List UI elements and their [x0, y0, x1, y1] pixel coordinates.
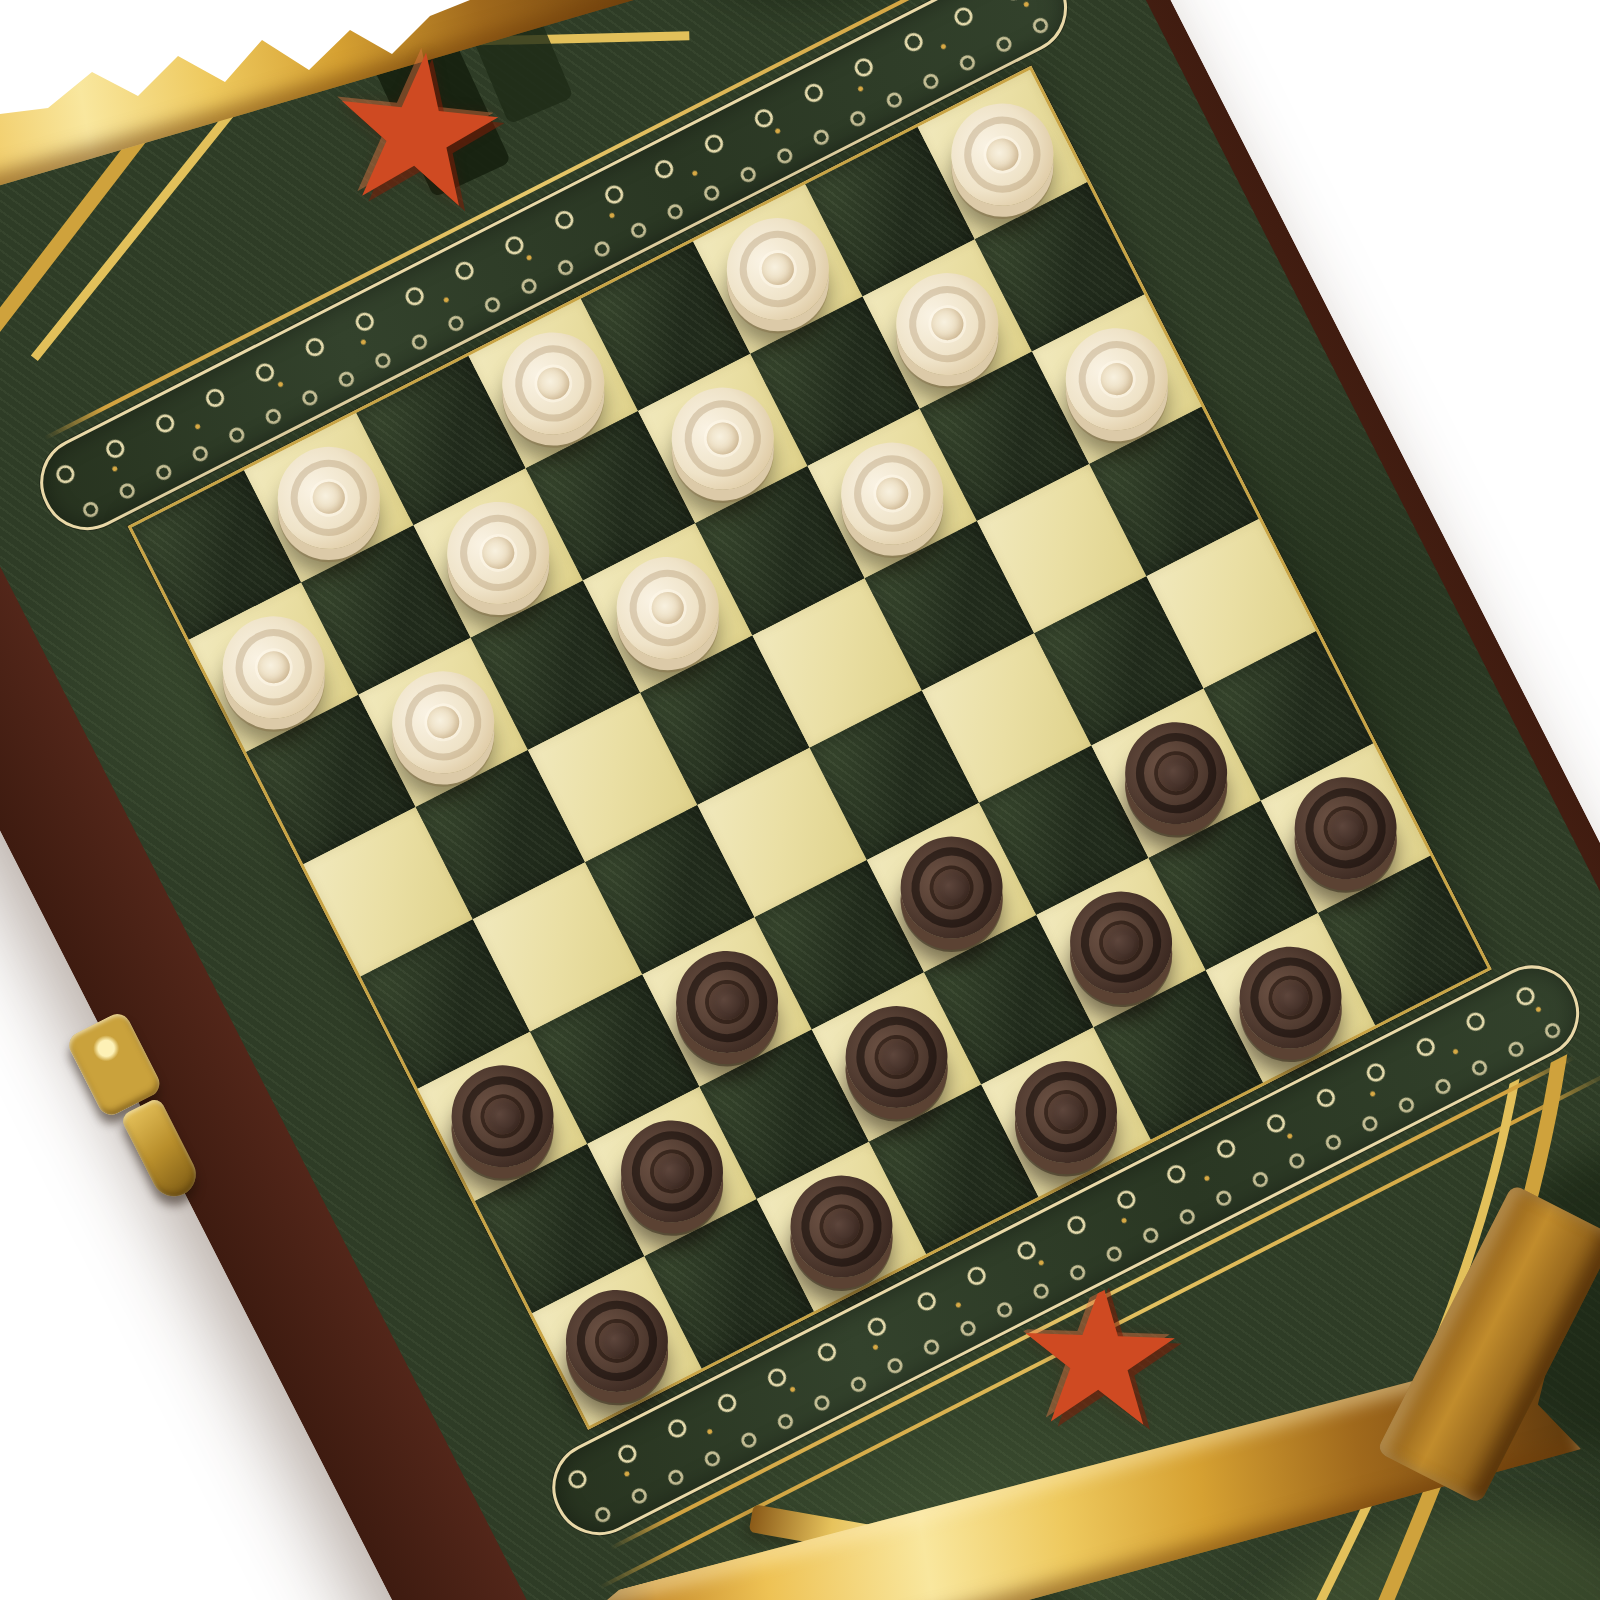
- wooden-board-box: ★ ⛀⛀⛀⛀⛀⛀⛀⛀⛀⛀⛀⛀⛂⛂⛂⛂⛂⛂⛂⛂⛂⛂⛂⛂: [0, 0, 1600, 1600]
- red-star-top: ★: [305, 17, 530, 242]
- photo-backdrop: ★ ⛀⛀⛀⛀⛀⛀⛀⛀⛀⛀⛀⛀⛂⛂⛂⛂⛂⛂⛂⛂⛂⛂⛂⛂: [0, 0, 1600, 1600]
- board-face: ★ ⛀⛀⛀⛀⛀⛀⛀⛀⛀⛀⛀⛀⛂⛂⛂⛂⛂⛂⛂⛂⛂⛂⛂⛂: [0, 0, 1600, 1600]
